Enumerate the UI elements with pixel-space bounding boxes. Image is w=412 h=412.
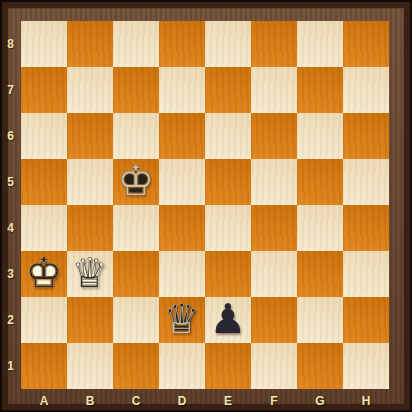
rank-label-4: 4: [0, 205, 21, 251]
square-e5[interactable]: [205, 159, 251, 205]
square-g6[interactable]: [297, 113, 343, 159]
square-e7[interactable]: [205, 67, 251, 113]
rank-label-7: 7: [0, 67, 21, 113]
white-queen-glyph: ♛: [67, 251, 113, 297]
square-a3[interactable]: ♚♔: [21, 251, 67, 297]
square-a1[interactable]: [21, 343, 67, 389]
square-d3[interactable]: [159, 251, 205, 297]
square-f4[interactable]: [251, 205, 297, 251]
rank-labels: 87654321: [0, 21, 21, 389]
square-c3[interactable]: [113, 251, 159, 297]
file-label-g: G: [297, 390, 343, 411]
file-label-f: F: [251, 390, 297, 411]
square-b4[interactable]: [67, 205, 113, 251]
square-d6[interactable]: [159, 113, 205, 159]
rank-label-6: 6: [0, 113, 21, 159]
square-e3[interactable]: [205, 251, 251, 297]
square-g2[interactable]: [297, 297, 343, 343]
square-h7[interactable]: [343, 67, 389, 113]
square-d2[interactable]: ♛♕: [159, 297, 205, 343]
file-label-d: D: [159, 390, 205, 411]
square-f5[interactable]: [251, 159, 297, 205]
rank-label-8: 8: [0, 21, 21, 67]
square-a2[interactable]: [21, 297, 67, 343]
square-e6[interactable]: [205, 113, 251, 159]
square-c8[interactable]: [113, 21, 159, 67]
square-a8[interactable]: [21, 21, 67, 67]
file-label-b: B: [67, 390, 113, 411]
square-b6[interactable]: [67, 113, 113, 159]
square-b8[interactable]: [67, 21, 113, 67]
square-e2[interactable]: ♟♙: [205, 297, 251, 343]
square-b5[interactable]: [67, 159, 113, 205]
square-d7[interactable]: [159, 67, 205, 113]
piece-white-queen[interactable]: ♛♕: [67, 251, 113, 297]
file-label-a: A: [21, 390, 67, 411]
square-f6[interactable]: [251, 113, 297, 159]
white-king-glyph: ♚: [21, 251, 67, 297]
square-h1[interactable]: [343, 343, 389, 389]
file-label-h: H: [343, 390, 389, 411]
square-h6[interactable]: [343, 113, 389, 159]
square-h5[interactable]: [343, 159, 389, 205]
square-g1[interactable]: [297, 343, 343, 389]
square-g5[interactable]: [297, 159, 343, 205]
square-g8[interactable]: [297, 21, 343, 67]
square-f7[interactable]: [251, 67, 297, 113]
square-b2[interactable]: [67, 297, 113, 343]
square-f3[interactable]: [251, 251, 297, 297]
square-e4[interactable]: [205, 205, 251, 251]
black-king-glyph: ♚: [113, 159, 159, 205]
square-f8[interactable]: [251, 21, 297, 67]
square-f1[interactable]: [251, 343, 297, 389]
chess-board: ♚♔♚♔♛♕♛♕♟♙: [21, 21, 389, 389]
square-c6[interactable]: [113, 113, 159, 159]
rank-label-1: 1: [0, 343, 21, 389]
square-h3[interactable]: [343, 251, 389, 297]
square-c5[interactable]: ♚♔: [113, 159, 159, 205]
black-pawn-glyph: ♟: [205, 297, 251, 343]
file-label-c: C: [113, 390, 159, 411]
square-c2[interactable]: [113, 297, 159, 343]
piece-black-king[interactable]: ♚♔: [113, 159, 159, 205]
square-e1[interactable]: [205, 343, 251, 389]
black-king-detail-glyph: ♔: [113, 159, 159, 205]
file-labels: ABCDEFGH: [21, 390, 389, 411]
square-f2[interactable]: [251, 297, 297, 343]
square-h4[interactable]: [343, 205, 389, 251]
square-a5[interactable]: [21, 159, 67, 205]
square-g3[interactable]: [297, 251, 343, 297]
white-king-detail-glyph: ♔: [21, 251, 67, 297]
square-b1[interactable]: [67, 343, 113, 389]
square-g7[interactable]: [297, 67, 343, 113]
square-h2[interactable]: [343, 297, 389, 343]
square-b3[interactable]: ♛♕: [67, 251, 113, 297]
piece-black-pawn[interactable]: ♟♙: [205, 297, 251, 343]
square-c1[interactable]: [113, 343, 159, 389]
square-d1[interactable]: [159, 343, 205, 389]
square-c7[interactable]: [113, 67, 159, 113]
square-c4[interactable]: [113, 205, 159, 251]
black-queen-glyph: ♛: [159, 297, 205, 343]
piece-white-king[interactable]: ♚♔: [21, 251, 67, 297]
rank-label-3: 3: [0, 251, 21, 297]
square-h8[interactable]: [343, 21, 389, 67]
chess-board-widget: ♚♔♚♔♛♕♛♕♟♙ 87654321 ABCDEFGH: [0, 0, 412, 412]
file-label-e: E: [205, 390, 251, 411]
square-b7[interactable]: [67, 67, 113, 113]
square-d5[interactable]: [159, 159, 205, 205]
square-a6[interactable]: [21, 113, 67, 159]
black-queen-detail-glyph: ♕: [159, 297, 205, 343]
square-d4[interactable]: [159, 205, 205, 251]
square-e8[interactable]: [205, 21, 251, 67]
piece-black-queen[interactable]: ♛♕: [159, 297, 205, 343]
square-a4[interactable]: [21, 205, 67, 251]
square-d8[interactable]: [159, 21, 205, 67]
rank-label-2: 2: [0, 297, 21, 343]
rank-label-5: 5: [0, 159, 21, 205]
white-queen-detail-glyph: ♕: [67, 251, 113, 297]
square-a7[interactable]: [21, 67, 67, 113]
square-g4[interactable]: [297, 205, 343, 251]
